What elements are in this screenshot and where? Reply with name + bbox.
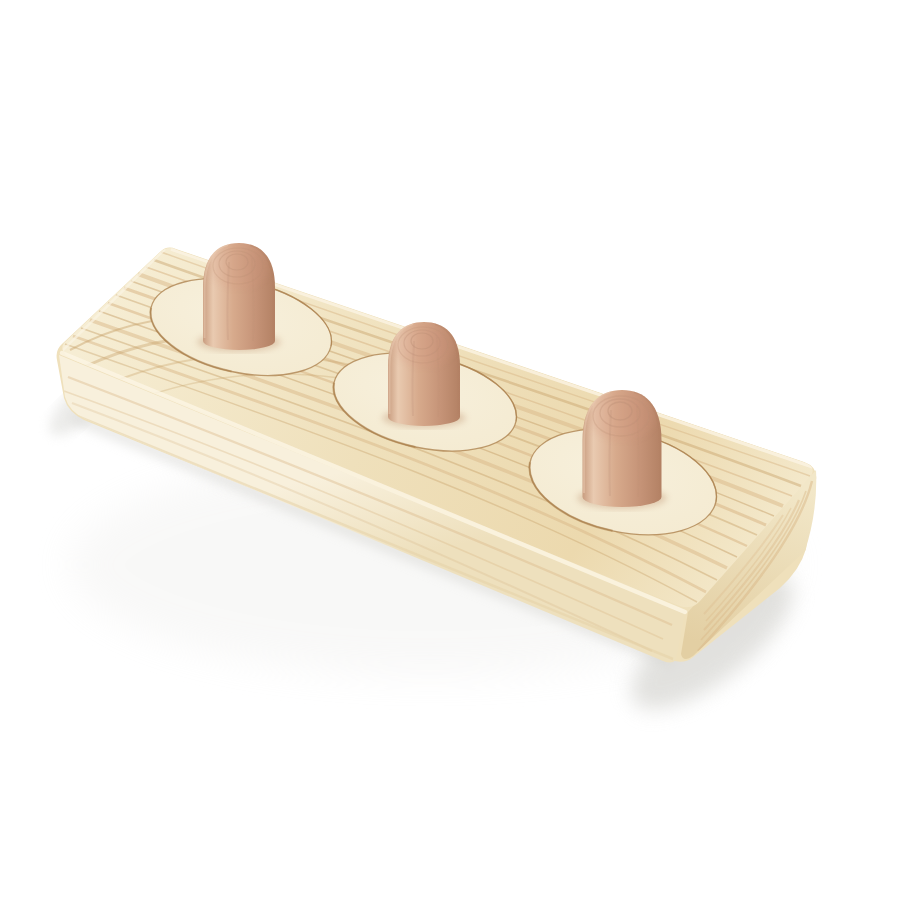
- peg-3: [583, 390, 662, 507]
- peg-puzzle-photo: [0, 0, 900, 900]
- peg-1: [203, 243, 275, 350]
- peg-2: [388, 322, 460, 426]
- photo-canvas: [0, 0, 900, 900]
